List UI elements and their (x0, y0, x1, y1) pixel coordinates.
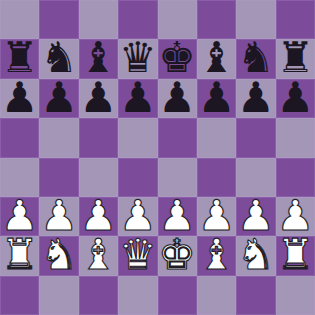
square-e5[interactable] (158, 118, 197, 157)
black-pawn[interactable]: ♟ (237, 78, 275, 117)
white-bishop[interactable]: ♝ (198, 235, 236, 274)
square-h6[interactable]: ♟ (276, 79, 315, 118)
square-a2[interactable]: ♜ (0, 236, 39, 275)
black-pawn[interactable]: ♟ (40, 78, 78, 117)
square-e2[interactable]: ♚ (158, 236, 197, 275)
black-pawn[interactable]: ♟ (158, 78, 196, 117)
white-queen[interactable]: ♛ (119, 235, 157, 274)
square-d6[interactable]: ♟ (118, 79, 157, 118)
square-f2[interactable]: ♝ (197, 236, 236, 275)
black-pawn[interactable]: ♟ (198, 78, 236, 117)
white-rook[interactable]: ♜ (1, 235, 39, 274)
square-b1[interactable] (39, 276, 78, 315)
square-b6[interactable]: ♟ (39, 79, 78, 118)
chess-board: ♜♞♝♛♚♝♞♜♟♟♟♟♟♟♟♟♟♟♟♟♟♟♟♟♜♞♝♛♚♝♞♜ (0, 0, 315, 315)
square-b5[interactable] (39, 118, 78, 157)
square-f6[interactable]: ♟ (197, 79, 236, 118)
square-d1[interactable] (118, 276, 157, 315)
square-h5[interactable] (276, 118, 315, 157)
square-d5[interactable] (118, 118, 157, 157)
square-h2[interactable]: ♜ (276, 236, 315, 275)
square-c2[interactable]: ♝ (79, 236, 118, 275)
square-d2[interactable]: ♛ (118, 236, 157, 275)
square-h1[interactable] (276, 276, 315, 315)
white-knight[interactable]: ♞ (237, 235, 275, 274)
square-c6[interactable]: ♟ (79, 79, 118, 118)
square-g5[interactable] (236, 118, 275, 157)
square-f1[interactable] (197, 276, 236, 315)
square-b2[interactable]: ♞ (39, 236, 78, 275)
black-pawn[interactable]: ♟ (1, 78, 39, 117)
square-a1[interactable] (0, 276, 39, 315)
square-f5[interactable] (197, 118, 236, 157)
black-pawn[interactable]: ♟ (276, 78, 314, 117)
square-e1[interactable] (158, 276, 197, 315)
black-pawn[interactable]: ♟ (80, 78, 118, 117)
square-g6[interactable]: ♟ (236, 79, 275, 118)
square-g1[interactable] (236, 276, 275, 315)
square-c1[interactable] (79, 276, 118, 315)
square-c5[interactable] (79, 118, 118, 157)
square-g2[interactable]: ♞ (236, 236, 275, 275)
white-rook[interactable]: ♜ (276, 235, 314, 274)
square-a6[interactable]: ♟ (0, 79, 39, 118)
square-e6[interactable]: ♟ (158, 79, 197, 118)
black-pawn[interactable]: ♟ (119, 78, 157, 117)
white-king[interactable]: ♚ (158, 235, 196, 274)
square-a5[interactable] (0, 118, 39, 157)
white-knight[interactable]: ♞ (40, 235, 78, 274)
white-bishop[interactable]: ♝ (80, 235, 118, 274)
